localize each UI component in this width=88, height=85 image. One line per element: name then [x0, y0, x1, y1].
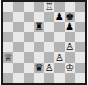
square-d2[interactable]: ♛: [34, 63, 44, 73]
square-h7[interactable]: [75, 12, 85, 22]
square-c2[interactable]: [24, 63, 34, 73]
black-rook-piece: ♜: [34, 22, 43, 32]
square-e1[interactable]: [44, 73, 54, 83]
white-pawn-piece: ♙: [55, 52, 64, 62]
square-e2[interactable]: ♙: [44, 63, 54, 73]
square-b6[interactable]: [13, 22, 23, 32]
square-g2[interactable]: ♔: [65, 63, 75, 73]
square-c8[interactable]: [24, 2, 34, 12]
square-b7[interactable]: [13, 12, 23, 22]
square-c4[interactable]: [24, 42, 34, 52]
square-d4[interactable]: [34, 42, 44, 52]
square-e6[interactable]: [44, 22, 54, 32]
square-d5[interactable]: [34, 32, 44, 42]
square-b5[interactable]: [13, 32, 23, 42]
square-g6[interactable]: ♟: [65, 22, 75, 32]
square-c3[interactable]: [24, 52, 34, 62]
square-h3[interactable]: [75, 52, 85, 62]
white-king-piece: ♔: [65, 63, 74, 73]
square-h6[interactable]: [75, 22, 85, 32]
square-d3[interactable]: [34, 52, 44, 62]
square-f8[interactable]: [54, 2, 64, 12]
square-f1[interactable]: [54, 73, 64, 83]
square-d7[interactable]: [34, 12, 44, 22]
square-h5[interactable]: [75, 32, 85, 42]
square-g1[interactable]: [65, 73, 75, 83]
square-a2[interactable]: [3, 63, 13, 73]
square-a6[interactable]: [3, 22, 13, 32]
square-g7[interactable]: ♚: [65, 12, 75, 22]
square-b8[interactable]: [13, 2, 23, 12]
square-f6[interactable]: [54, 22, 64, 32]
square-c5[interactable]: [24, 32, 34, 42]
square-d6[interactable]: ♜: [34, 22, 44, 32]
square-g8[interactable]: [65, 2, 75, 12]
square-a3[interactable]: ♕: [3, 52, 13, 62]
square-c6[interactable]: [24, 22, 34, 32]
square-f3[interactable]: ♙: [54, 52, 64, 62]
square-a8[interactable]: [3, 2, 13, 12]
square-a7[interactable]: [3, 12, 13, 22]
black-king-piece: ♚: [65, 12, 74, 22]
chess-board: ♖♟♚♜♟♙♕♙♛♙♔: [3, 2, 85, 83]
square-e7[interactable]: [44, 12, 54, 22]
square-b3[interactable]: [13, 52, 23, 62]
square-b2[interactable]: [13, 63, 23, 73]
square-e3[interactable]: [44, 52, 54, 62]
board-frame: ♖♟♚♜♟♙♕♙♛♙♔: [1, 0, 87, 85]
square-e8[interactable]: ♖: [44, 2, 54, 12]
square-f7[interactable]: ♟: [54, 12, 64, 22]
black-queen-piece: ♛: [34, 63, 43, 73]
square-g4[interactable]: ♙: [65, 42, 75, 52]
square-g3[interactable]: [65, 52, 75, 62]
square-a5[interactable]: [3, 32, 13, 42]
square-a1[interactable]: [3, 73, 13, 83]
square-f5[interactable]: [54, 32, 64, 42]
square-e5[interactable]: [44, 32, 54, 42]
square-b1[interactable]: [13, 73, 23, 83]
square-d8[interactable]: [34, 2, 44, 12]
square-h4[interactable]: [75, 42, 85, 52]
square-g5[interactable]: [65, 32, 75, 42]
square-h2[interactable]: [75, 63, 85, 73]
square-f2[interactable]: [54, 63, 64, 73]
square-f4[interactable]: [54, 42, 64, 52]
white-queen-piece: ♕: [4, 52, 13, 62]
black-pawn-piece: ♟: [65, 22, 74, 32]
square-c7[interactable]: [24, 12, 34, 22]
black-pawn-piece: ♟: [55, 12, 64, 22]
square-h8[interactable]: [75, 2, 85, 12]
white-pawn-piece: ♙: [65, 42, 74, 52]
square-d1[interactable]: [34, 73, 44, 83]
square-b4[interactable]: [13, 42, 23, 52]
square-h1[interactable]: [75, 73, 85, 83]
white-pawn-piece: ♙: [45, 63, 54, 73]
square-c1[interactable]: [24, 73, 34, 83]
square-e4[interactable]: [44, 42, 54, 52]
square-a4[interactable]: [3, 42, 13, 52]
white-rook-piece: ♖: [45, 2, 54, 12]
